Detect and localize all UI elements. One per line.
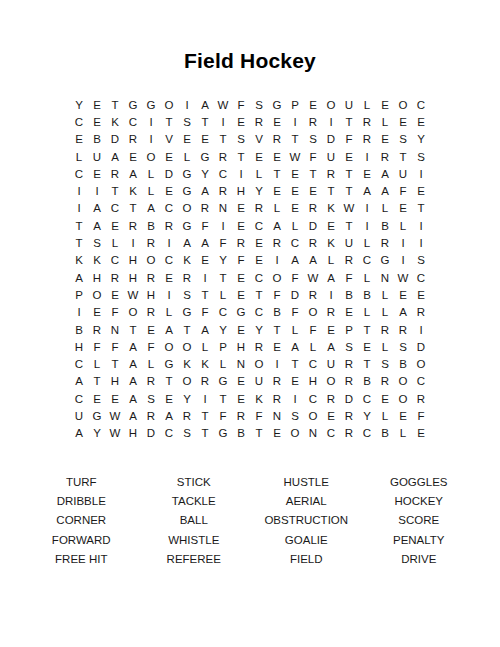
grid-cell[interactable]: Y [214,321,232,338]
grid-cell[interactable]: K [178,355,196,372]
grid-cell[interactable]: R [106,165,124,182]
grid-cell[interactable]: I [70,200,88,217]
grid-cell[interactable]: A [124,390,142,407]
grid-cell[interactable]: A [196,321,214,338]
grid-cell[interactable]: U [88,148,106,165]
grid-cell[interactable]: T [196,113,214,130]
grid-cell[interactable]: H [304,373,322,390]
grid-cell[interactable]: T [394,148,412,165]
grid-cell[interactable]: O [304,407,322,424]
grid-cell[interactable]: R [304,200,322,217]
grid-cell[interactable]: G [160,355,178,372]
grid-cell[interactable]: E [394,200,412,217]
grid-cell[interactable]: C [304,355,322,372]
grid-cell[interactable]: O [304,304,322,321]
grid-cell[interactable]: S [178,113,196,130]
grid-cell[interactable]: C [286,234,304,251]
grid-cell[interactable]: S [412,252,430,269]
grid-cell[interactable]: A [286,338,304,355]
grid-cell[interactable]: E [232,321,250,338]
grid-cell[interactable]: E [88,304,106,321]
grid-cell[interactable]: T [88,373,106,390]
grid-cell[interactable]: L [214,286,232,303]
grid-cell[interactable]: C [322,425,340,442]
grid-cell[interactable]: E [358,338,376,355]
grid-cell[interactable]: O [394,96,412,113]
grid-cell[interactable]: C [412,96,430,113]
grid-cell[interactable]: U [250,373,268,390]
grid-cell[interactable]: R [322,304,340,321]
grid-cell[interactable]: C [106,252,124,269]
grid-cell[interactable]: I [358,200,376,217]
grid-cell[interactable]: C [70,355,88,372]
grid-cell[interactable]: G [214,373,232,390]
grid-cell[interactable]: R [358,131,376,148]
grid-cell[interactable]: E [106,217,124,234]
grid-cell[interactable]: I [88,182,106,199]
grid-cell[interactable]: E [304,96,322,113]
grid-cell[interactable]: B [376,217,394,234]
grid-cell[interactable]: C [214,304,232,321]
grid-cell[interactable]: E [232,217,250,234]
grid-cell[interactable]: T [286,131,304,148]
grid-cell[interactable]: I [160,234,178,251]
grid-cell[interactable]: E [268,182,286,199]
grid-cell[interactable]: A [88,217,106,234]
grid-cell[interactable]: N [304,425,322,442]
grid-cell[interactable]: T [106,182,124,199]
grid-cell[interactable]: R [178,407,196,424]
grid-cell[interactable]: I [394,252,412,269]
grid-cell[interactable]: O [142,252,160,269]
grid-cell[interactable]: B [142,217,160,234]
grid-cell[interactable]: T [70,234,88,251]
grid-cell[interactable]: T [358,321,376,338]
grid-cell[interactable]: O [268,269,286,286]
grid-cell[interactable]: H [142,286,160,303]
grid-cell[interactable]: I [196,390,214,407]
grid-cell[interactable]: I [412,321,430,338]
grid-cell[interactable]: I [196,269,214,286]
grid-cell[interactable]: C [358,425,376,442]
grid-cell[interactable]: K [124,182,142,199]
grid-cell[interactable]: Y [250,182,268,199]
grid-cell[interactable]: H [106,373,124,390]
grid-cell[interactable]: R [196,373,214,390]
grid-cell[interactable]: B [394,355,412,372]
grid-cell[interactable]: G [178,304,196,321]
grid-cell[interactable]: S [232,131,250,148]
grid-cell[interactable]: S [250,96,268,113]
grid-cell[interactable]: L [286,217,304,234]
grid-cell[interactable]: T [250,425,268,442]
grid-cell[interactable]: C [250,304,268,321]
grid-cell[interactable]: R [412,304,430,321]
grid-cell[interactable]: E [268,425,286,442]
grid-cell[interactable]: A [124,407,142,424]
grid-cell[interactable]: H [232,182,250,199]
grid-cell[interactable]: W [340,200,358,217]
grid-cell[interactable]: I [412,165,430,182]
grid-cell[interactable]: I [178,96,196,113]
grid-cell[interactable]: T [70,217,88,234]
grid-cell[interactable]: A [124,373,142,390]
grid-cell[interactable]: I [412,217,430,234]
grid-cell[interactable]: E [268,338,286,355]
grid-cell[interactable]: L [286,321,304,338]
grid-cell[interactable]: T [214,269,232,286]
grid-cell[interactable]: L [88,355,106,372]
grid-cell[interactable]: A [106,148,124,165]
grid-cell[interactable]: F [232,96,250,113]
grid-cell[interactable]: E [394,407,412,424]
grid-cell[interactable]: O [322,96,340,113]
grid-cell[interactable]: R [250,113,268,130]
grid-cell[interactable]: I [160,286,178,303]
grid-cell[interactable]: E [232,200,250,217]
grid-cell[interactable]: L [322,252,340,269]
grid-cell[interactable]: E [88,113,106,130]
grid-cell[interactable]: A [286,252,304,269]
grid-cell[interactable]: F [214,234,232,251]
grid-cell[interactable]: T [196,286,214,303]
grid-cell[interactable]: C [412,269,430,286]
grid-cell[interactable]: C [106,200,124,217]
grid-cell[interactable]: F [268,286,286,303]
grid-cell[interactable]: C [124,113,142,130]
grid-cell[interactable]: Y [70,96,88,113]
grid-cell[interactable]: E [376,96,394,113]
grid-cell[interactable]: R [376,148,394,165]
grid-cell[interactable]: T [286,355,304,372]
grid-cell[interactable]: T [412,200,430,217]
grid-cell[interactable]: E [376,390,394,407]
grid-cell[interactable]: O [178,338,196,355]
grid-cell[interactable]: A [376,165,394,182]
grid-cell[interactable]: T [322,182,340,199]
grid-cell[interactable]: R [142,304,160,321]
grid-cell[interactable]: D [340,390,358,407]
grid-cell[interactable]: I [142,113,160,130]
grid-cell[interactable]: T [340,217,358,234]
grid-cell[interactable]: B [88,131,106,148]
grid-cell[interactable]: W [304,269,322,286]
grid-cell[interactable]: O [178,200,196,217]
grid-cell[interactable]: E [232,113,250,130]
grid-cell[interactable]: I [124,234,142,251]
grid-cell[interactable]: G [268,96,286,113]
grid-cell[interactable]: L [394,217,412,234]
grid-cell[interactable]: O [160,338,178,355]
grid-cell[interactable]: S [286,407,304,424]
grid-cell[interactable]: A [304,252,322,269]
grid-cell[interactable]: F [340,131,358,148]
grid-cell[interactable]: F [106,338,124,355]
grid-cell[interactable]: F [286,304,304,321]
grid-cell[interactable]: R [304,113,322,130]
grid-cell[interactable]: I [358,148,376,165]
grid-cell[interactable]: T [160,373,178,390]
grid-cell[interactable]: E [88,165,106,182]
grid-cell[interactable]: F [412,407,430,424]
grid-cell[interactable]: Y [178,390,196,407]
grid-cell[interactable]: T [268,165,286,182]
grid-cell[interactable]: I [322,286,340,303]
grid-cell[interactable]: R [340,425,358,442]
grid-cell[interactable]: S [376,355,394,372]
grid-cell[interactable]: D [106,131,124,148]
grid-cell[interactable]: L [142,165,160,182]
grid-cell[interactable]: E [88,390,106,407]
grid-cell[interactable]: R [232,234,250,251]
grid-cell[interactable]: W [214,96,232,113]
grid-cell[interactable]: W [106,407,124,424]
grid-cell[interactable]: E [322,407,340,424]
grid-cell[interactable]: C [160,425,178,442]
grid-cell[interactable]: N [232,355,250,372]
grid-cell[interactable]: R [124,217,142,234]
grid-cell[interactable]: B [358,373,376,390]
grid-cell[interactable]: I [214,217,232,234]
grid-cell[interactable]: O [286,425,304,442]
grid-cell[interactable]: E [106,390,124,407]
grid-cell[interactable]: Y [412,131,430,148]
grid-cell[interactable]: L [358,96,376,113]
grid-cell[interactable]: C [358,390,376,407]
grid-cell[interactable]: R [322,165,340,182]
grid-cell[interactable]: L [358,234,376,251]
grid-cell[interactable]: K [322,200,340,217]
grid-cell[interactable]: E [286,165,304,182]
grid-cell[interactable]: T [268,321,286,338]
grid-cell[interactable]: R [268,390,286,407]
grid-cell[interactable]: E [394,113,412,130]
grid-cell[interactable]: F [88,338,106,355]
grid-cell[interactable]: O [412,355,430,372]
grid-cell[interactable]: H [124,425,142,442]
grid-cell[interactable]: P [286,96,304,113]
grid-cell[interactable]: E [124,148,142,165]
grid-cell[interactable]: L [142,355,160,372]
grid-cell[interactable]: C [358,252,376,269]
grid-cell[interactable]: G [178,217,196,234]
grid-cell[interactable]: I [70,304,88,321]
grid-cell[interactable]: T [124,200,142,217]
grid-cell[interactable]: W [124,286,142,303]
grid-cell[interactable]: R [376,234,394,251]
grid-cell[interactable]: I [286,390,304,407]
grid-cell[interactable]: E [286,373,304,390]
grid-cell[interactable]: R [214,182,232,199]
grid-cell[interactable]: G [178,182,196,199]
grid-cell[interactable]: H [88,269,106,286]
grid-cell[interactable]: N [268,407,286,424]
grid-cell[interactable]: R [142,407,160,424]
grid-cell[interactable]: R [268,234,286,251]
grid-cell[interactable]: A [142,200,160,217]
grid-cell[interactable]: R [340,252,358,269]
grid-cell[interactable]: U [322,148,340,165]
grid-cell[interactable]: S [142,390,160,407]
grid-cell[interactable]: E [178,131,196,148]
grid-cell[interactable]: Y [214,252,232,269]
grid-cell[interactable]: G [142,96,160,113]
grid-cell[interactable]: D [412,338,430,355]
grid-cell[interactable]: E [70,131,88,148]
grid-cell[interactable]: K [250,390,268,407]
grid-cell[interactable]: T [304,165,322,182]
grid-cell[interactable]: Y [196,165,214,182]
grid-cell[interactable]: E [142,321,160,338]
grid-cell[interactable]: T [124,321,142,338]
grid-cell[interactable]: A [322,338,340,355]
grid-cell[interactable]: O [394,373,412,390]
grid-cell[interactable]: O [142,148,160,165]
grid-cell[interactable]: E [340,304,358,321]
grid-cell[interactable]: E [376,131,394,148]
grid-cell[interactable]: I [286,113,304,130]
grid-cell[interactable]: R [268,131,286,148]
grid-cell[interactable]: C [70,390,88,407]
grid-cell[interactable]: B [340,286,358,303]
grid-cell[interactable]: E [268,113,286,130]
grid-cell[interactable]: A [70,269,88,286]
grid-cell[interactable]: A [70,425,88,442]
grid-cell[interactable]: G [124,96,142,113]
grid-cell[interactable]: E [286,182,304,199]
grid-cell[interactable]: T [214,390,232,407]
grid-cell[interactable]: E [250,252,268,269]
grid-cell[interactable]: C [214,165,232,182]
grid-cell[interactable]: E [232,269,250,286]
grid-cell[interactable]: L [268,200,286,217]
grid-cell[interactable]: A [160,407,178,424]
grid-cell[interactable]: R [142,373,160,390]
grid-cell[interactable]: V [250,131,268,148]
grid-cell[interactable]: T [106,355,124,372]
grid-cell[interactable]: C [160,200,178,217]
grid-cell[interactable]: T [196,425,214,442]
grid-cell[interactable]: T [196,407,214,424]
grid-cell[interactable]: O [160,96,178,113]
grid-cell[interactable]: R [304,234,322,251]
grid-cell[interactable]: U [340,234,358,251]
grid-cell[interactable]: E [412,113,430,130]
grid-cell[interactable]: S [304,131,322,148]
grid-cell[interactable]: I [322,113,340,130]
grid-cell[interactable]: C [160,252,178,269]
grid-cell[interactable]: H [124,269,142,286]
grid-cell[interactable]: D [304,217,322,234]
grid-cell[interactable]: A [124,338,142,355]
grid-cell[interactable]: L [376,304,394,321]
grid-cell[interactable]: L [376,338,394,355]
grid-cell[interactable]: I [142,131,160,148]
grid-cell[interactable]: E [250,234,268,251]
grid-cell[interactable]: R [412,390,430,407]
grid-cell[interactable]: E [160,269,178,286]
grid-cell[interactable]: I [412,234,430,251]
grid-cell[interactable]: A [70,373,88,390]
grid-cell[interactable]: B [358,286,376,303]
grid-cell[interactable]: E [232,373,250,390]
grid-cell[interactable]: K [196,355,214,372]
grid-cell[interactable]: L [250,165,268,182]
grid-cell[interactable]: P [70,286,88,303]
grid-cell[interactable]: A [358,182,376,199]
grid-cell[interactable]: K [88,252,106,269]
grid-cell[interactable]: W [106,425,124,442]
grid-cell[interactable]: T [232,148,250,165]
grid-cell[interactable]: E [286,200,304,217]
grid-cell[interactable]: E [340,148,358,165]
grid-cell[interactable]: G [196,148,214,165]
grid-cell[interactable]: T [160,113,178,130]
grid-cell[interactable]: R [88,321,106,338]
grid-cell[interactable]: R [250,200,268,217]
grid-cell[interactable]: L [304,338,322,355]
grid-cell[interactable]: A [124,165,142,182]
grid-cell[interactable]: C [304,390,322,407]
grid-cell[interactable]: I [214,113,232,130]
grid-cell[interactable]: F [106,304,124,321]
grid-cell[interactable]: R [322,390,340,407]
grid-cell[interactable]: D [286,286,304,303]
grid-cell[interactable]: F [196,217,214,234]
grid-cell[interactable]: G [232,304,250,321]
grid-cell[interactable]: O [124,304,142,321]
grid-cell[interactable]: L [160,304,178,321]
grid-cell[interactable]: F [394,182,412,199]
grid-cell[interactable]: E [106,286,124,303]
grid-cell[interactable]: B [376,425,394,442]
grid-cell[interactable]: F [142,338,160,355]
grid-cell[interactable]: B [70,321,88,338]
grid-cell[interactable]: D [322,131,340,148]
grid-cell[interactable]: V [160,131,178,148]
grid-cell[interactable]: C [250,217,268,234]
grid-cell[interactable]: U [322,355,340,372]
grid-cell[interactable]: T [358,355,376,372]
grid-cell[interactable]: Y [88,425,106,442]
grid-cell[interactable]: F [304,321,322,338]
grid-cell[interactable]: P [214,338,232,355]
grid-cell[interactable]: F [340,269,358,286]
grid-cell[interactable]: A [196,182,214,199]
grid-cell[interactable]: A [88,200,106,217]
grid-cell[interactable]: C [412,373,430,390]
grid-cell[interactable]: A [322,269,340,286]
grid-cell[interactable]: O [178,373,196,390]
grid-cell[interactable]: R [304,286,322,303]
grid-cell[interactable]: C [70,113,88,130]
grid-cell[interactable]: L [178,148,196,165]
grid-cell[interactable]: F [250,407,268,424]
grid-cell[interactable]: E [196,131,214,148]
grid-cell[interactable]: F [286,269,304,286]
grid-cell[interactable]: F [304,148,322,165]
grid-cell[interactable]: E [196,252,214,269]
grid-cell[interactable]: A [268,217,286,234]
grid-cell[interactable]: R [376,373,394,390]
grid-cell[interactable]: T [106,96,124,113]
grid-cell[interactable]: G [88,407,106,424]
grid-cell[interactable]: F [214,407,232,424]
grid-cell[interactable]: E [394,286,412,303]
grid-cell[interactable]: L [214,355,232,372]
grid-cell[interactable]: E [160,182,178,199]
grid-cell[interactable]: K [178,252,196,269]
